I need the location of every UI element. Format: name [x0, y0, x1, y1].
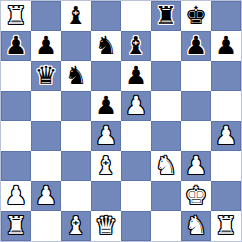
- square-b4[interactable]: [31, 121, 61, 151]
- square-b3[interactable]: [31, 151, 61, 181]
- square-b7[interactable]: ♟: [31, 31, 61, 61]
- square-g4[interactable]: [181, 121, 211, 151]
- square-f6[interactable]: [151, 61, 181, 91]
- piece-black-king: ♚: [185, 1, 207, 31]
- square-e1[interactable]: [121, 211, 151, 241]
- square-h8[interactable]: [211, 1, 241, 31]
- square-b2[interactable]: ♟: [31, 181, 61, 211]
- piece-white-rook: ♜: [5, 1, 27, 31]
- piece-white-knight: ♞: [185, 211, 207, 241]
- square-c4[interactable]: [61, 121, 91, 151]
- square-c1[interactable]: ♝: [61, 211, 91, 241]
- piece-white-king: ♚: [185, 181, 207, 211]
- square-d3[interactable]: ♝: [91, 151, 121, 181]
- square-g1[interactable]: ♞: [181, 211, 211, 241]
- square-a6[interactable]: [1, 61, 31, 91]
- square-h7[interactable]: ♟: [211, 31, 241, 61]
- square-a7[interactable]: ♟: [1, 31, 31, 61]
- piece-white-queen: ♛: [95, 211, 117, 241]
- square-a4[interactable]: [1, 121, 31, 151]
- square-b1[interactable]: [31, 211, 61, 241]
- square-e5[interactable]: ♟: [121, 91, 151, 121]
- square-g3[interactable]: ♟: [181, 151, 211, 181]
- piece-black-knight: ♞: [65, 61, 87, 91]
- square-f1[interactable]: [151, 211, 181, 241]
- square-g6[interactable]: [181, 61, 211, 91]
- piece-black-pawn: ♟: [185, 31, 207, 61]
- piece-white-bishop: ♝: [65, 211, 87, 241]
- square-c2[interactable]: [61, 181, 91, 211]
- square-c6[interactable]: ♞: [61, 61, 91, 91]
- square-a1[interactable]: ♜: [1, 211, 31, 241]
- square-f2[interactable]: [151, 181, 181, 211]
- piece-white-bishop: ♝: [95, 151, 117, 181]
- square-h4[interactable]: ♟: [211, 121, 241, 151]
- square-e7[interactable]: ♝: [121, 31, 151, 61]
- square-d6[interactable]: [91, 61, 121, 91]
- square-g8[interactable]: ♚: [181, 1, 211, 31]
- square-d5[interactable]: ♟: [91, 91, 121, 121]
- square-d1[interactable]: ♛: [91, 211, 121, 241]
- square-e8[interactable]: [121, 1, 151, 31]
- square-d4[interactable]: ♟: [91, 121, 121, 151]
- square-f3[interactable]: ♞: [151, 151, 181, 181]
- square-d7[interactable]: ♞: [91, 31, 121, 61]
- piece-white-pawn: ♟: [95, 121, 117, 151]
- piece-black-knight: ♞: [95, 31, 117, 61]
- piece-black-bishop: ♝: [125, 31, 147, 61]
- square-g5[interactable]: [181, 91, 211, 121]
- square-f5[interactable]: [151, 91, 181, 121]
- square-c3[interactable]: [61, 151, 91, 181]
- piece-black-pawn: ♟: [215, 31, 237, 61]
- square-f4[interactable]: [151, 121, 181, 151]
- square-h6[interactable]: [211, 61, 241, 91]
- piece-black-pawn: ♟: [35, 31, 57, 61]
- square-c7[interactable]: [61, 31, 91, 61]
- piece-black-queen: ♛: [35, 61, 57, 91]
- square-d8[interactable]: [91, 1, 121, 31]
- piece-black-pawn: ♟: [5, 31, 27, 61]
- piece-white-pawn: ♟: [5, 181, 27, 211]
- square-h2[interactable]: [211, 181, 241, 211]
- square-f7[interactable]: [151, 31, 181, 61]
- square-e6[interactable]: ♟: [121, 61, 151, 91]
- square-e3[interactable]: [121, 151, 151, 181]
- piece-white-pawn: ♟: [215, 121, 237, 151]
- piece-white-pawn: ♟: [125, 91, 147, 121]
- chess-board: ♜♝♜♚♟♟♞♝♟♟♛♞♟♟♟♟♟♝♞♟♟♟♚♜♝♛♞♜: [0, 0, 242, 242]
- square-h1[interactable]: ♜: [211, 211, 241, 241]
- piece-white-rook: ♜: [5, 211, 27, 241]
- square-a8[interactable]: ♜: [1, 1, 31, 31]
- piece-white-knight: ♞: [155, 151, 177, 181]
- square-h3[interactable]: [211, 151, 241, 181]
- square-a5[interactable]: [1, 91, 31, 121]
- piece-white-rook: ♜: [215, 211, 237, 241]
- square-f8[interactable]: ♜: [151, 1, 181, 31]
- square-b8[interactable]: [31, 1, 61, 31]
- square-e2[interactable]: [121, 181, 151, 211]
- piece-white-pawn: ♟: [185, 151, 207, 181]
- square-g2[interactable]: ♚: [181, 181, 211, 211]
- square-c8[interactable]: ♝: [61, 1, 91, 31]
- piece-black-pawn: ♟: [95, 91, 117, 121]
- square-a2[interactable]: ♟: [1, 181, 31, 211]
- square-c5[interactable]: [61, 91, 91, 121]
- piece-black-bishop: ♝: [65, 1, 87, 31]
- square-b5[interactable]: [31, 91, 61, 121]
- square-a3[interactable]: [1, 151, 31, 181]
- square-h5[interactable]: [211, 91, 241, 121]
- square-e4[interactable]: [121, 121, 151, 151]
- piece-white-pawn: ♟: [35, 181, 57, 211]
- square-b6[interactable]: ♛: [31, 61, 61, 91]
- piece-black-pawn: ♟: [125, 61, 147, 91]
- piece-black-rook: ♜: [155, 1, 177, 31]
- square-d2[interactable]: [91, 181, 121, 211]
- square-g7[interactable]: ♟: [181, 31, 211, 61]
